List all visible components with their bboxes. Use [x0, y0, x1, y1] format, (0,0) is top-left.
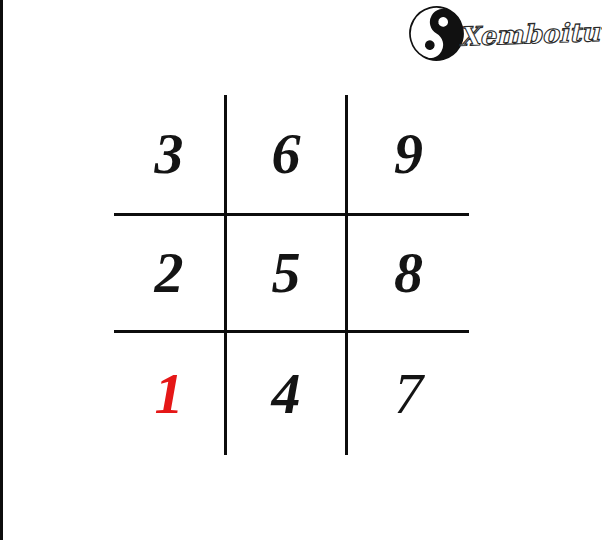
- cell-value: 7: [394, 365, 423, 423]
- grid-cell-r1c0: 2: [114, 216, 227, 333]
- grid-cell-r0c0: 3: [114, 95, 227, 216]
- site-watermark: Xemboituvi. vn: [408, 4, 602, 62]
- grid-cell-r2c1: 4: [227, 333, 348, 455]
- cell-value: 1: [155, 365, 184, 423]
- grid-cell-r1c2: 8: [348, 216, 469, 333]
- cell-value: 4: [272, 365, 301, 423]
- grid-cell-r0c1: 6: [227, 95, 348, 216]
- watermark-text: Xemboituvi. vn: [459, 14, 602, 52]
- number-grid: 3 6 9 2 5 8 1 4 7: [114, 95, 469, 455]
- cell-value: 3: [155, 125, 184, 183]
- cell-value: 5: [272, 244, 301, 302]
- cell-value: 9: [394, 125, 423, 183]
- grid-cell-r2c0: 1: [114, 333, 227, 455]
- grid-cell-r1c1: 5: [227, 216, 348, 333]
- yin-yang-icon: [408, 5, 465, 62]
- grid-cell-r2c2: 7: [348, 333, 469, 455]
- left-border-line: [0, 0, 3, 540]
- cell-value: 6: [272, 125, 301, 183]
- cell-value: 2: [155, 244, 184, 302]
- page: Xemboituvi. vn 3 6 9 2 5 8 1 4 7: [0, 0, 602, 559]
- grid-cell-r0c2: 9: [348, 95, 469, 216]
- cell-value: 8: [394, 244, 423, 302]
